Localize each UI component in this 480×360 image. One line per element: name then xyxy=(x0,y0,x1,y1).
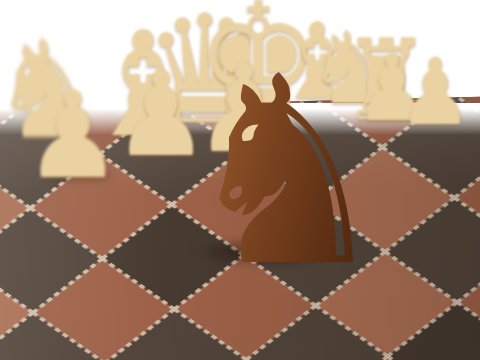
pieces-layer: ♞♟♝♟♛♟♚♝♞♜♟♟♞ xyxy=(0,0,480,360)
white-pawn: ♟ xyxy=(398,47,472,139)
dark-knight: ♞ xyxy=(181,42,391,302)
chess-set-photo: ♞♟♝♟♛♟♚♝♞♜♟♟♞ Close-up photograph of a c… xyxy=(0,0,480,360)
white-pawn: ♟ xyxy=(25,76,122,196)
